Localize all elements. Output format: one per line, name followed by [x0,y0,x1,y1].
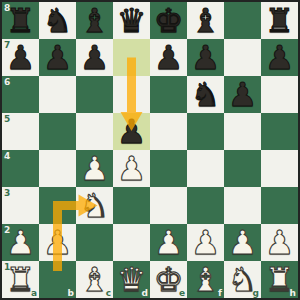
white-pawn-b2[interactable]: ♟ [39,224,76,261]
white-queen-d1[interactable]: ♛ [113,261,150,298]
square-e3[interactable] [150,187,187,224]
square-h7[interactable]: ♟ [261,39,298,76]
black-pawn-e7[interactable]: ♟ [150,39,187,76]
square-c2[interactable] [76,224,113,261]
black-knight-f6[interactable]: ♞ [187,76,224,113]
white-bishop-c1[interactable]: ♝ [76,261,113,298]
black-knight-b8[interactable]: ♞ [39,2,76,39]
square-g8[interactable] [224,2,261,39]
square-a6[interactable]: 6 [2,76,39,113]
black-pawn-c7[interactable]: ♟ [76,39,113,76]
square-c5[interactable] [76,113,113,150]
white-pawn-g2[interactable]: ♟ [224,224,261,261]
board-squares: 8♜♞♝♛♚♝♜7♟♟♟♟♟♟6♞♟5♟4♟♟3♞2♟♟♟♟♟♟1a♜bc♝d♛… [2,2,298,298]
square-b5[interactable] [39,113,76,150]
black-pawn-b7[interactable]: ♟ [39,39,76,76]
white-pawn-c4[interactable]: ♟ [76,150,113,187]
black-rook-a8[interactable]: ♜ [2,2,39,39]
square-d6[interactable] [113,76,150,113]
square-g7[interactable] [224,39,261,76]
square-c3[interactable]: ♞ [76,187,113,224]
square-e1[interactable]: e♚ [150,261,187,298]
square-c8[interactable]: ♝ [76,2,113,39]
square-h1[interactable]: h♜ [261,261,298,298]
black-pawn-d5[interactable]: ♟ [113,113,150,150]
square-g2[interactable]: ♟ [224,224,261,261]
square-g5[interactable] [224,113,261,150]
rank-label-5: 5 [4,114,10,124]
square-a7[interactable]: 7♟ [2,39,39,76]
square-e6[interactable] [150,76,187,113]
square-g6[interactable]: ♟ [224,76,261,113]
square-c1[interactable]: c♝ [76,261,113,298]
square-d5[interactable]: ♟ [113,113,150,150]
square-f1[interactable]: f♝ [187,261,224,298]
square-c6[interactable] [76,76,113,113]
square-d7[interactable] [113,39,150,76]
square-g4[interactable] [224,150,261,187]
square-d1[interactable]: d♛ [113,261,150,298]
black-rook-h8[interactable]: ♜ [261,2,298,39]
square-a8[interactable]: 8♜ [2,2,39,39]
square-e2[interactable]: ♟ [150,224,187,261]
square-c4[interactable]: ♟ [76,150,113,187]
square-f8[interactable]: ♝ [187,2,224,39]
square-h3[interactable] [261,187,298,224]
square-f2[interactable]: ♟ [187,224,224,261]
square-h6[interactable] [261,76,298,113]
square-b6[interactable] [39,76,76,113]
square-e8[interactable]: ♚ [150,2,187,39]
square-c7[interactable]: ♟ [76,39,113,76]
rank-label-3: 3 [4,188,10,198]
square-b4[interactable] [39,150,76,187]
square-d3[interactable] [113,187,150,224]
white-knight-g1[interactable]: ♞ [224,261,261,298]
rank-label-6: 6 [4,77,10,87]
square-b7[interactable]: ♟ [39,39,76,76]
white-pawn-f2[interactable]: ♟ [187,224,224,261]
black-bishop-f8[interactable]: ♝ [187,2,224,39]
square-a4[interactable]: 4 [2,150,39,187]
chess-board: 8♜♞♝♛♚♝♜7♟♟♟♟♟♟6♞♟5♟4♟♟3♞2♟♟♟♟♟♟1a♜bc♝d♛… [0,0,300,300]
white-bishop-f1[interactable]: ♝ [187,261,224,298]
square-f4[interactable] [187,150,224,187]
white-knight-c3[interactable]: ♞ [76,187,113,224]
square-f5[interactable] [187,113,224,150]
white-pawn-a2[interactable]: ♟ [2,224,39,261]
square-g1[interactable]: g♞ [224,261,261,298]
square-d8[interactable]: ♛ [113,2,150,39]
rank-label-4: 4 [4,151,10,161]
white-rook-h1[interactable]: ♜ [261,261,298,298]
square-b3[interactable] [39,187,76,224]
square-a1[interactable]: 1a♜ [2,261,39,298]
square-b2[interactable]: ♟ [39,224,76,261]
square-e7[interactable]: ♟ [150,39,187,76]
white-king-e1[interactable]: ♚ [150,261,187,298]
square-h2[interactable]: ♟ [261,224,298,261]
square-h5[interactable] [261,113,298,150]
square-a2[interactable]: 2♟ [2,224,39,261]
black-pawn-a7[interactable]: ♟ [2,39,39,76]
black-pawn-f7[interactable]: ♟ [187,39,224,76]
square-a5[interactable]: 5 [2,113,39,150]
square-e4[interactable] [150,150,187,187]
square-a3[interactable]: 3 [2,187,39,224]
black-king-e8[interactable]: ♚ [150,2,187,39]
black-queen-d8[interactable]: ♛ [113,2,150,39]
white-rook-a1[interactable]: ♜ [2,261,39,298]
square-f6[interactable]: ♞ [187,76,224,113]
white-pawn-d4[interactable]: ♟ [113,150,150,187]
square-b8[interactable]: ♞ [39,2,76,39]
white-pawn-e2[interactable]: ♟ [150,224,187,261]
black-bishop-c8[interactable]: ♝ [76,2,113,39]
square-f7[interactable]: ♟ [187,39,224,76]
square-f3[interactable] [187,187,224,224]
square-d4[interactable]: ♟ [113,150,150,187]
square-e5[interactable] [150,113,187,150]
square-d2[interactable] [113,224,150,261]
square-g3[interactable] [224,187,261,224]
square-h4[interactable] [261,150,298,187]
square-h8[interactable]: ♜ [261,2,298,39]
white-pawn-h2[interactable]: ♟ [261,224,298,261]
file-label-b: b [68,288,74,298]
square-b1[interactable]: b [39,261,76,298]
black-pawn-h7[interactable]: ♟ [261,39,298,76]
black-pawn-g6[interactable]: ♟ [224,76,261,113]
